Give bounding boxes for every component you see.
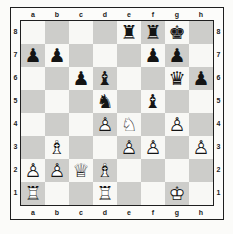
white-piece-outline: ♖ <box>21 182 45 205</box>
rank-label-8-right: 8 <box>214 28 223 35</box>
piece-white-king[interactable]: ♚♔ <box>165 182 189 205</box>
white-piece-outline: ♙ <box>165 113 189 136</box>
rank-label-4-right: 4 <box>214 120 223 127</box>
square-d7[interactable] <box>93 44 117 67</box>
square-e6[interactable] <box>117 67 141 90</box>
square-d3[interactable] <box>93 136 117 159</box>
rank-label-2-right: 2 <box>214 166 223 173</box>
square-e5[interactable] <box>117 90 141 113</box>
white-piece-outline: ♖ <box>93 182 117 205</box>
square-c2[interactable]: ♛♕ <box>69 159 93 182</box>
white-piece-outline: ♗ <box>93 159 117 182</box>
piece-white-pawn[interactable]: ♟♙ <box>93 113 117 136</box>
file-label-a-top: a <box>21 11 45 18</box>
file-label-c-bottom: c <box>69 209 93 216</box>
square-d4[interactable]: ♟♙ <box>93 113 117 136</box>
piece-white-pawn[interactable]: ♟♙ <box>189 136 213 159</box>
piece-black-knight[interactable]: ♞ <box>93 90 117 113</box>
file-label-f-bottom: f <box>141 209 165 216</box>
square-f4[interactable] <box>141 113 165 136</box>
square-f8[interactable]: ♜ <box>141 21 165 44</box>
rank-label-7-right: 7 <box>214 51 223 58</box>
square-a7[interactable]: ♟ <box>21 44 45 67</box>
white-piece-outline: ♙ <box>21 159 45 182</box>
rank-labels-right: 87654321 <box>214 20 223 206</box>
square-a6[interactable] <box>21 67 45 90</box>
square-h3[interactable]: ♟♙ <box>189 136 213 159</box>
square-e3[interactable]: ♟♙ <box>117 136 141 159</box>
rank-label-5-left: 5 <box>11 97 20 104</box>
square-b4[interactable] <box>45 113 69 136</box>
square-h6[interactable]: ♟ <box>189 67 213 90</box>
rank-label-6-right: 6 <box>214 74 223 81</box>
file-label-h-bottom: h <box>189 209 213 216</box>
square-f3[interactable]: ♟♙ <box>141 136 165 159</box>
file-label-f-top: f <box>141 11 165 18</box>
white-piece-outline: ♔ <box>165 182 189 205</box>
rank-label-1-left: 1 <box>11 189 20 196</box>
file-label-d-top: d <box>93 11 117 18</box>
square-d1[interactable]: ♜♖ <box>93 182 117 205</box>
square-h8[interactable] <box>189 21 213 44</box>
rank-label-3-left: 3 <box>11 143 20 150</box>
square-g3[interactable] <box>165 136 189 159</box>
rank-label-4-left: 4 <box>11 120 20 127</box>
piece-white-pawn[interactable]: ♟♙ <box>21 159 45 182</box>
square-b2[interactable]: ♟♙ <box>45 159 69 182</box>
square-h7[interactable] <box>189 44 213 67</box>
piece-white-pawn[interactable]: ♟♙ <box>141 136 165 159</box>
piece-white-bishop[interactable]: ♝♗ <box>93 159 117 182</box>
square-c7[interactable] <box>69 44 93 67</box>
piece-black-pawn[interactable]: ♟ <box>69 67 93 90</box>
piece-white-bishop[interactable]: ♝♗ <box>45 136 69 159</box>
square-d6[interactable]: ♝ <box>93 67 117 90</box>
white-piece-outline: ♙ <box>117 136 141 159</box>
board: ♜♜♚♟♟♟♟♟♝♛♟♞♝♟♙♞♘♟♙♝♗♟♙♟♙♟♙♟♙♟♙♛♕♝♗♜♖♜♖♚… <box>20 20 214 206</box>
square-b3[interactable]: ♝♗ <box>45 136 69 159</box>
file-labels-top: abcdefgh <box>21 8 223 20</box>
square-b7[interactable]: ♟ <box>45 44 69 67</box>
square-d2[interactable]: ♝♗ <box>93 159 117 182</box>
file-label-d-bottom: d <box>93 209 117 216</box>
square-g5[interactable] <box>165 90 189 113</box>
piece-black-pawn[interactable]: ♟ <box>141 44 165 67</box>
square-b5[interactable] <box>45 90 69 113</box>
square-c3[interactable] <box>69 136 93 159</box>
square-b8[interactable] <box>45 21 69 44</box>
piece-white-pawn[interactable]: ♟♙ <box>117 136 141 159</box>
square-e1[interactable] <box>117 182 141 205</box>
white-piece-outline: ♗ <box>45 136 69 159</box>
square-e7[interactable] <box>117 44 141 67</box>
square-e8[interactable]: ♜ <box>117 21 141 44</box>
square-c4[interactable] <box>69 113 93 136</box>
file-label-c-top: c <box>69 11 93 18</box>
square-g1[interactable]: ♚♔ <box>165 182 189 205</box>
file-label-e-top: e <box>117 11 141 18</box>
square-g2[interactable] <box>165 159 189 182</box>
rank-label-5-right: 5 <box>214 97 223 104</box>
file-label-a-bottom: a <box>21 209 45 216</box>
square-g4[interactable]: ♟♙ <box>165 113 189 136</box>
piece-black-rook[interactable]: ♜ <box>141 21 165 44</box>
square-g6[interactable]: ♛ <box>165 67 189 90</box>
white-piece-outline: ♙ <box>45 159 69 182</box>
square-a2[interactable]: ♟♙ <box>21 159 45 182</box>
file-label-h-top: h <box>189 11 213 18</box>
file-label-b-top: b <box>45 11 69 18</box>
square-g8[interactable]: ♚ <box>165 21 189 44</box>
white-piece-outline: ♕ <box>69 159 93 182</box>
piece-white-knight[interactable]: ♞♘ <box>117 113 141 136</box>
square-f2[interactable] <box>141 159 165 182</box>
piece-white-rook[interactable]: ♜♖ <box>21 182 45 205</box>
square-d5[interactable]: ♞ <box>93 90 117 113</box>
file-labels-bottom: abcdefgh <box>21 206 223 219</box>
piece-black-bishop[interactable]: ♝ <box>141 90 165 113</box>
white-piece-outline: ♘ <box>117 113 141 136</box>
piece-black-queen[interactable]: ♛ <box>165 67 189 90</box>
rank-label-2-left: 2 <box>11 166 20 173</box>
piece-black-pawn[interactable]: ♟ <box>189 67 213 90</box>
piece-white-pawn[interactable]: ♟♙ <box>165 113 189 136</box>
rank-label-1-right: 1 <box>214 189 223 196</box>
square-a3[interactable] <box>21 136 45 159</box>
rank-label-8-left: 8 <box>11 28 20 35</box>
white-piece-outline: ♙ <box>141 136 165 159</box>
square-c5[interactable] <box>69 90 93 113</box>
square-f7[interactable]: ♟ <box>141 44 165 67</box>
chess-diagram-frame: abcdefgh 87654321 ♜♜♚♟♟♟♟♟♝♛♟♞♝♟♙♞♘♟♙♝♗♟… <box>10 7 224 220</box>
square-f6[interactable] <box>141 67 165 90</box>
piece-black-bishop[interactable]: ♝ <box>93 67 117 90</box>
square-h5[interactable] <box>189 90 213 113</box>
white-piece-outline: ♙ <box>189 136 213 159</box>
piece-black-pawn[interactable]: ♟ <box>45 44 69 67</box>
square-h4[interactable] <box>189 113 213 136</box>
square-f1[interactable] <box>141 182 165 205</box>
square-e4[interactable]: ♞♘ <box>117 113 141 136</box>
square-e2[interactable] <box>117 159 141 182</box>
piece-black-pawn[interactable]: ♟ <box>21 44 45 67</box>
square-c1[interactable] <box>69 182 93 205</box>
square-a5[interactable] <box>21 90 45 113</box>
piece-white-pawn[interactable]: ♟♙ <box>45 159 69 182</box>
piece-black-rook[interactable]: ♜ <box>117 21 141 44</box>
square-d8[interactable] <box>93 21 117 44</box>
file-label-g-bottom: g <box>165 209 189 216</box>
piece-black-king[interactable]: ♚ <box>165 21 189 44</box>
square-g7[interactable]: ♟ <box>165 44 189 67</box>
square-f5[interactable]: ♝ <box>141 90 165 113</box>
rank-label-6-left: 6 <box>11 74 20 81</box>
square-h1[interactable] <box>189 182 213 205</box>
square-a4[interactable] <box>21 113 45 136</box>
white-piece-outline: ♙ <box>93 113 117 136</box>
square-c6[interactable]: ♟ <box>69 67 93 90</box>
piece-white-rook[interactable]: ♜♖ <box>93 182 117 205</box>
square-a1[interactable]: ♜♖ <box>21 182 45 205</box>
square-h2[interactable] <box>189 159 213 182</box>
rank-label-3-right: 3 <box>214 143 223 150</box>
square-c8[interactable] <box>69 21 93 44</box>
rank-label-7-left: 7 <box>11 51 20 58</box>
square-b6[interactable] <box>45 67 69 90</box>
piece-black-pawn[interactable]: ♟ <box>165 44 189 67</box>
rank-labels-left: 87654321 <box>11 20 20 206</box>
file-label-b-bottom: b <box>45 209 69 216</box>
file-label-e-bottom: e <box>117 209 141 216</box>
piece-white-queen[interactable]: ♛♕ <box>69 159 93 182</box>
square-a8[interactable] <box>21 21 45 44</box>
file-label-g-top: g <box>165 11 189 18</box>
square-b1[interactable] <box>45 182 69 205</box>
